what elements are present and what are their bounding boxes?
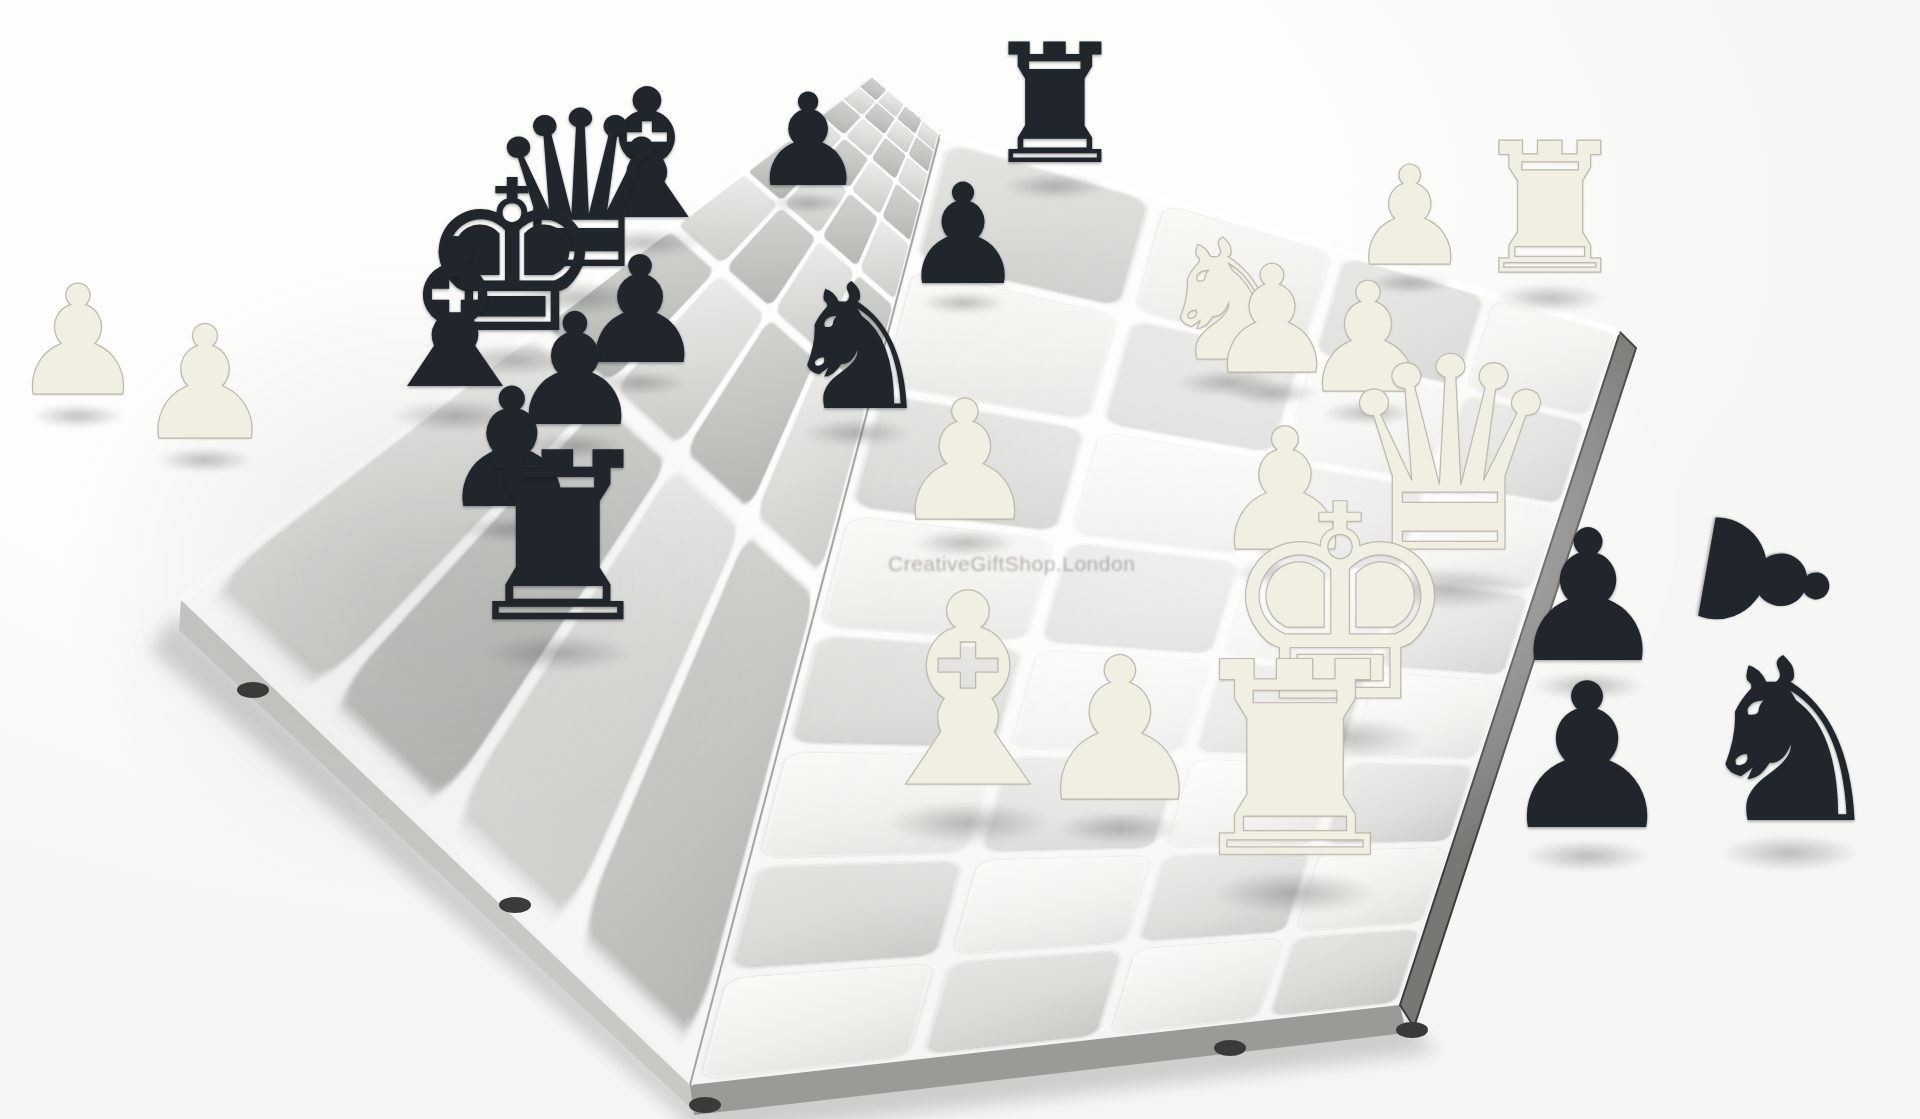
captured-white-pawn: ♟ [135,305,276,462]
square-a3 [915,946,1131,1060]
white-pawn-e4: ♟ [891,379,1040,545]
watermark-text: CreativeGiftShop.London [888,552,1135,576]
captured-black-knight: ♞ [1689,629,1892,855]
captured-white-pawn: ♟ [10,266,146,418]
white-rook-b1: ♜ [1175,627,1415,895]
square-pad [701,964,934,1080]
square-pad [1111,939,1283,1034]
product-photo-scene: ♜♟♝♟♛♜♟♚♞♟♟♟♝♟♞♟♟♟♟♟♟♛♜♟♚♝♟♞♟♜ CreativeG… [0,0,1920,1119]
board-foot-4 [1214,1040,1246,1056]
square-a2 [1103,935,1290,1039]
square-pad [730,861,963,970]
square-pad [1270,929,1420,1017]
square-b4 [719,857,972,975]
square-b3 [943,852,1159,959]
square-pad [952,856,1150,955]
square-a1 [1263,925,1427,1020]
captured-black-pawn: ♟ [1497,657,1677,858]
board-foot-1 [237,682,269,698]
board-foot-5 [1396,1022,1428,1038]
square-a4 [690,959,943,1085]
board-foot-3 [689,1097,721,1113]
white-rook-h1: ♜ [1469,119,1631,300]
black-pawn-h7: ♟ [751,77,866,205]
black-rook-c6: ♜ [454,422,663,655]
square-pad [924,950,1123,1055]
